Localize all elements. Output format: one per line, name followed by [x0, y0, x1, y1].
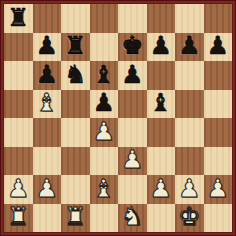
square-d4[interactable]: ♟	[90, 118, 119, 147]
square-b2[interactable]: ♟	[33, 175, 62, 204]
square-e1[interactable]: ♞	[118, 204, 147, 233]
square-g2[interactable]: ♟	[175, 175, 204, 204]
square-d8[interactable]	[90, 4, 119, 33]
square-b7[interactable]: ♟	[33, 33, 62, 62]
square-h1[interactable]	[204, 204, 233, 233]
piece-black-bishop[interactable]: ♝	[93, 62, 115, 87]
piece-white-pawn[interactable]: ♟	[121, 147, 143, 172]
piece-black-pawn[interactable]: ♟	[178, 33, 200, 58]
square-a5[interactable]	[4, 90, 33, 119]
piece-black-bishop[interactable]: ♝	[150, 90, 172, 115]
square-c8[interactable]	[61, 4, 90, 33]
square-a1[interactable]: ♜	[4, 204, 33, 233]
piece-black-king[interactable]: ♚	[121, 33, 143, 58]
square-f2[interactable]: ♟	[147, 175, 176, 204]
square-f3[interactable]	[147, 147, 176, 176]
square-b4[interactable]	[33, 118, 62, 147]
square-g4[interactable]	[175, 118, 204, 147]
square-e5[interactable]	[118, 90, 147, 119]
square-e4[interactable]	[118, 118, 147, 147]
piece-black-pawn[interactable]: ♟	[121, 62, 143, 87]
square-h2[interactable]: ♟	[204, 175, 233, 204]
square-a8[interactable]: ♜	[4, 4, 33, 33]
square-e2[interactable]	[118, 175, 147, 204]
square-f1[interactable]	[147, 204, 176, 233]
square-a4[interactable]	[4, 118, 33, 147]
board-frame: ♜♟♜♚♟♟♟♟♞♝♟♝♟♝♟♟♟♟♝♟♟♟♜♜♞♚	[0, 0, 236, 236]
square-b3[interactable]	[33, 147, 62, 176]
piece-white-rook[interactable]: ♜	[64, 204, 86, 229]
square-e8[interactable]	[118, 4, 147, 33]
piece-black-knight[interactable]: ♞	[64, 62, 86, 87]
piece-black-pawn[interactable]: ♟	[93, 90, 115, 115]
square-g3[interactable]	[175, 147, 204, 176]
piece-white-bishop[interactable]: ♝	[93, 176, 115, 201]
piece-white-bishop[interactable]: ♝	[36, 90, 58, 115]
piece-white-pawn[interactable]: ♟	[7, 176, 29, 201]
square-f4[interactable]	[147, 118, 176, 147]
square-f8[interactable]	[147, 4, 176, 33]
square-c4[interactable]	[61, 118, 90, 147]
chess-board: ♜♟♜♚♟♟♟♟♞♝♟♝♟♝♟♟♟♟♝♟♟♟♜♜♞♚	[4, 4, 232, 232]
square-b6[interactable]: ♟	[33, 61, 62, 90]
square-c2[interactable]	[61, 175, 90, 204]
square-g7[interactable]: ♟	[175, 33, 204, 62]
square-d7[interactable]	[90, 33, 119, 62]
piece-white-rook[interactable]: ♜	[7, 204, 29, 229]
square-c7[interactable]: ♜	[61, 33, 90, 62]
square-d3[interactable]	[90, 147, 119, 176]
square-d6[interactable]: ♝	[90, 61, 119, 90]
square-a3[interactable]	[4, 147, 33, 176]
square-g8[interactable]	[175, 4, 204, 33]
square-h7[interactable]: ♟	[204, 33, 233, 62]
square-d1[interactable]	[90, 204, 119, 233]
square-a7[interactable]	[4, 33, 33, 62]
square-c3[interactable]	[61, 147, 90, 176]
square-c6[interactable]: ♞	[61, 61, 90, 90]
square-g6[interactable]	[175, 61, 204, 90]
square-g5[interactable]	[175, 90, 204, 119]
square-e3[interactable]: ♟	[118, 147, 147, 176]
square-b5[interactable]: ♝	[33, 90, 62, 119]
square-f5[interactable]: ♝	[147, 90, 176, 119]
square-c1[interactable]: ♜	[61, 204, 90, 233]
piece-black-rook[interactable]: ♜	[64, 33, 86, 58]
square-a6[interactable]	[4, 61, 33, 90]
square-h8[interactable]	[204, 4, 233, 33]
square-h4[interactable]	[204, 118, 233, 147]
square-g1[interactable]: ♚	[175, 204, 204, 233]
square-h3[interactable]	[204, 147, 233, 176]
square-b1[interactable]	[33, 204, 62, 233]
square-b8[interactable]	[33, 4, 62, 33]
piece-white-pawn[interactable]: ♟	[207, 176, 229, 201]
square-f6[interactable]	[147, 61, 176, 90]
square-e6[interactable]: ♟	[118, 61, 147, 90]
square-f7[interactable]: ♟	[147, 33, 176, 62]
piece-black-pawn[interactable]: ♟	[207, 33, 229, 58]
piece-white-pawn[interactable]: ♟	[178, 176, 200, 201]
piece-white-pawn[interactable]: ♟	[36, 176, 58, 201]
piece-black-pawn[interactable]: ♟	[150, 33, 172, 58]
piece-white-king[interactable]: ♚	[178, 204, 200, 229]
square-d5[interactable]: ♟	[90, 90, 119, 119]
piece-black-pawn[interactable]: ♟	[36, 33, 58, 58]
square-c5[interactable]	[61, 90, 90, 119]
piece-white-pawn[interactable]: ♟	[93, 119, 115, 144]
square-a2[interactable]: ♟	[4, 175, 33, 204]
piece-white-knight[interactable]: ♞	[121, 204, 143, 229]
piece-black-rook[interactable]: ♜	[7, 5, 29, 30]
square-h6[interactable]	[204, 61, 233, 90]
piece-black-pawn[interactable]: ♟	[36, 62, 58, 87]
square-h5[interactable]	[204, 90, 233, 119]
square-e7[interactable]: ♚	[118, 33, 147, 62]
piece-white-pawn[interactable]: ♟	[150, 176, 172, 201]
square-d2[interactable]: ♝	[90, 175, 119, 204]
